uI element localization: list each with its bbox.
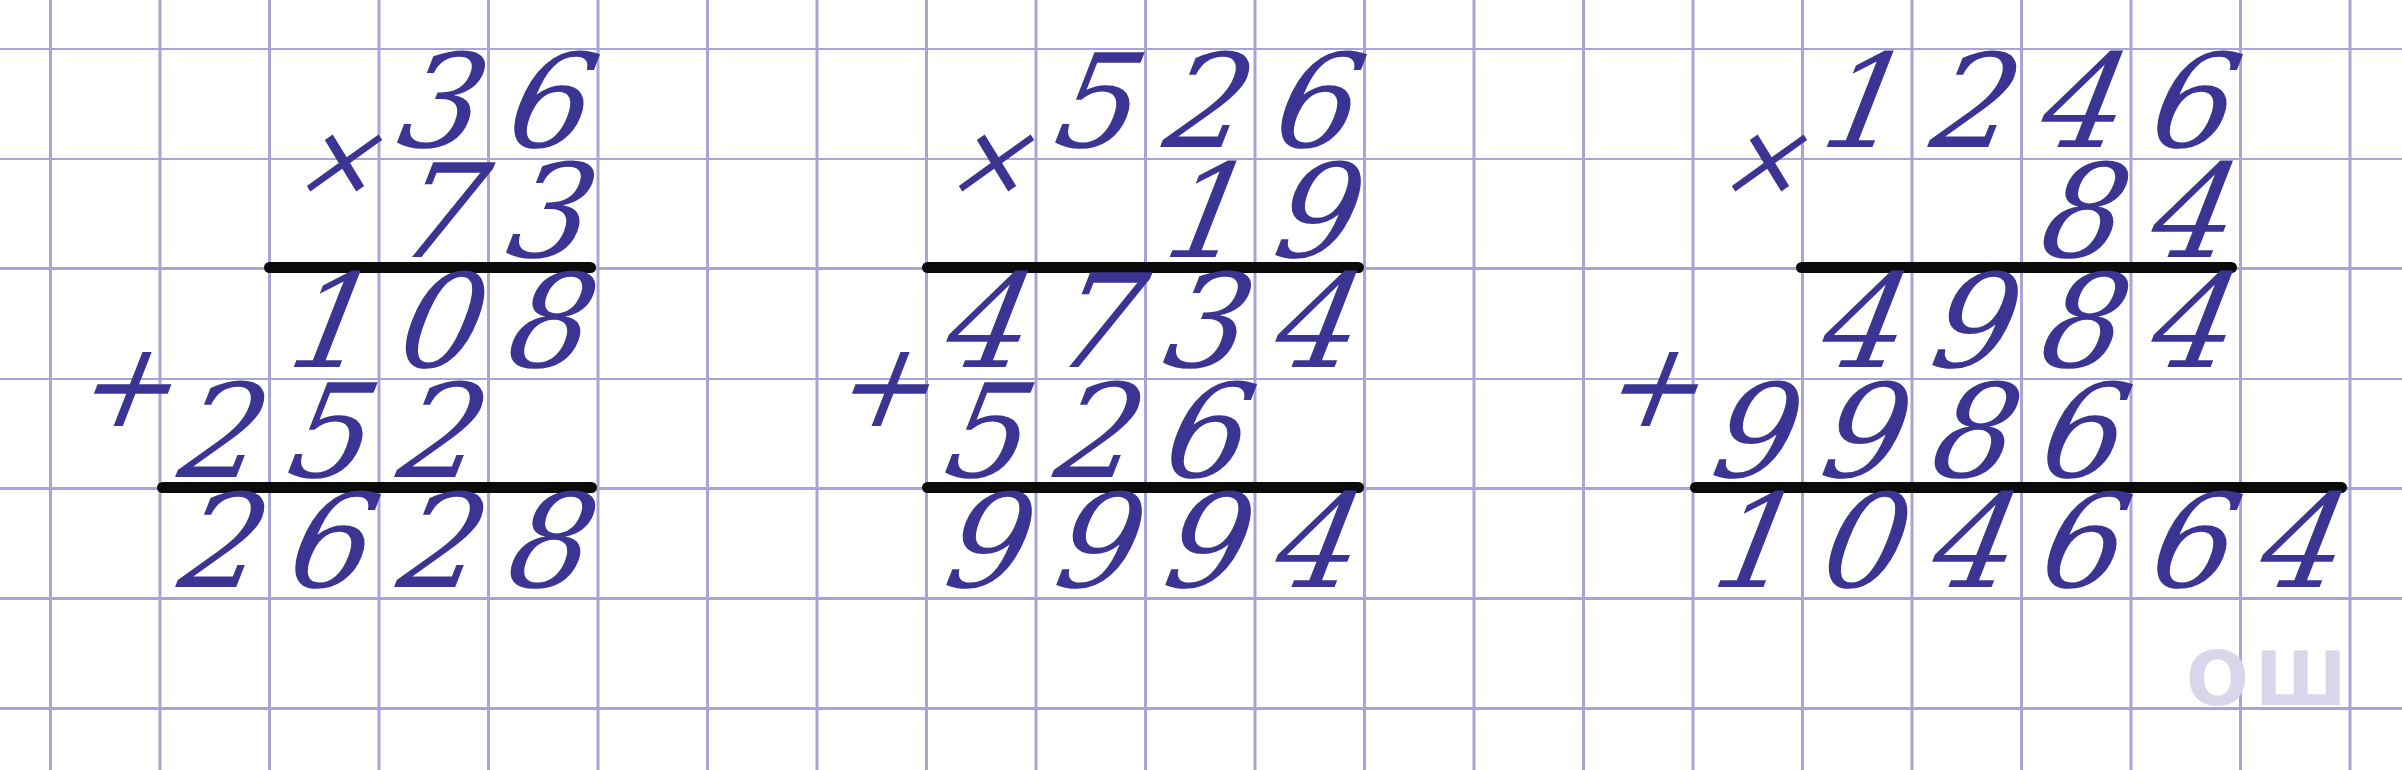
product-digit: 4 [1903,487,2028,597]
squared-paper-sheet: × 3 6 7 3 1 0 8 + 2 5 2 2 6 2 8 × 5 2 6 … [0,0,2402,770]
partial-product-1-digit: 4 [2122,267,2247,377]
problem-3: × 1 2 4 6 8 4 4 9 8 4 + 9 9 8 6 1 0 4 6 … [0,0,2402,770]
product-digit: 0 [1793,487,1918,597]
product-digit: 6 [2122,487,2247,597]
multiplicand-digit: 1 [1793,47,1918,157]
product-digit: 6 [2012,487,2137,597]
watermark-logo: ОШ [2186,650,2352,708]
product-digit: 4 [2231,487,2356,597]
multiplicand-digit: 2 [1903,47,2028,157]
product-digit: 1 [1684,487,1809,597]
